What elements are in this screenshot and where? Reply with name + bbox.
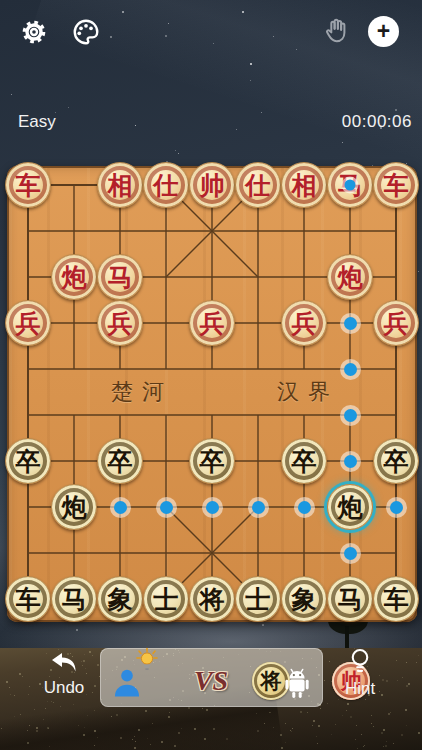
- piece-black-elephant[interactable]: 象: [97, 576, 143, 622]
- point-c3-r4[interactable]: [143, 346, 189, 392]
- app-screen: + Easy 00:00:06 楚河 汉界 车相仕帅仕相马车炮马炮兵兵兵兵兵卒卒…: [0, 0, 422, 750]
- piece-red-elephant[interactable]: 相: [281, 162, 327, 208]
- point-c6-r5[interactable]: [281, 392, 327, 438]
- point-c1-r0[interactable]: [51, 162, 97, 208]
- piece-black-cannon[interactable]: 炮: [51, 484, 97, 530]
- point-c6-r1[interactable]: [281, 208, 327, 254]
- piece-red-chariot[interactable]: 车: [373, 162, 419, 208]
- point-c2-r0[interactable]: 相: [97, 162, 143, 208]
- point-c2-r9[interactable]: 象: [97, 576, 143, 622]
- point-c3-r7[interactable]: [143, 484, 189, 530]
- point-c5-r7[interactable]: [235, 484, 281, 530]
- undo-label: Undo: [36, 678, 92, 698]
- point-c5-r1[interactable]: [235, 208, 281, 254]
- piece-red-soldier[interactable]: 兵: [189, 300, 235, 346]
- piece-red-soldier[interactable]: 兵: [281, 300, 327, 346]
- point-c6-r9[interactable]: 象: [281, 576, 327, 622]
- point-c2-r1[interactable]: [97, 208, 143, 254]
- point-c4-r1[interactable]: [189, 208, 235, 254]
- hint-button[interactable]: Hint: [334, 648, 386, 699]
- point-c3-r5[interactable]: [143, 392, 189, 438]
- piece-red-soldier[interactable]: 兵: [373, 300, 419, 346]
- point-c2-r2[interactable]: 马: [97, 254, 143, 300]
- point-c3-r2[interactable]: [143, 254, 189, 300]
- point-c2-r7[interactable]: [97, 484, 143, 530]
- piece-black-advisor[interactable]: 士: [235, 576, 281, 622]
- point-c5-r4[interactable]: [235, 346, 281, 392]
- point-c5-r8[interactable]: [235, 530, 281, 576]
- piece-red-cannon[interactable]: 炮: [327, 254, 373, 300]
- piece-red-advisor[interactable]: 仕: [235, 162, 281, 208]
- piece-red-elephant[interactable]: 相: [97, 162, 143, 208]
- point-c1-r6[interactable]: [51, 438, 97, 484]
- point-c0-r8[interactable]: [5, 530, 51, 576]
- point-c3-r1[interactable]: [143, 208, 189, 254]
- point-c6-r6[interactable]: 卒: [281, 438, 327, 484]
- point-c7-r0[interactable]: 马: [327, 162, 373, 208]
- point-c1-r4[interactable]: [51, 346, 97, 392]
- status-row: Easy 00:00:06: [0, 112, 422, 136]
- point-c7-r2[interactable]: 炮: [327, 254, 373, 300]
- point-c1-r3[interactable]: [51, 300, 97, 346]
- point-c2-r5[interactable]: [97, 392, 143, 438]
- piece-black-soldier[interactable]: 卒: [97, 438, 143, 484]
- point-c0-r9[interactable]: 车: [5, 576, 51, 622]
- point-c0-r3[interactable]: 兵: [5, 300, 51, 346]
- point-c5-r5[interactable]: [235, 392, 281, 438]
- piece-black-horse[interactable]: 马: [327, 576, 373, 622]
- point-c7-r7[interactable]: 炮: [327, 484, 373, 530]
- point-c3-r0[interactable]: 仕: [143, 162, 189, 208]
- point-c0-r1[interactable]: [5, 208, 51, 254]
- hand-icon: [322, 17, 350, 49]
- point-c1-r2[interactable]: 炮: [51, 254, 97, 300]
- legal-move-dot[interactable]: [252, 501, 265, 514]
- point-c1-r5[interactable]: [51, 392, 97, 438]
- point-c6-r8[interactable]: [281, 530, 327, 576]
- point-c0-r0[interactable]: 车: [5, 162, 51, 208]
- point-c7-r8[interactable]: [327, 530, 373, 576]
- android-icon: [280, 666, 314, 704]
- point-c4-r3[interactable]: 兵: [189, 300, 235, 346]
- point-c4-r0[interactable]: 帅: [189, 162, 235, 208]
- point-c4-r2[interactable]: [189, 254, 235, 300]
- legal-move-dot[interactable]: [390, 501, 403, 514]
- point-c7-r6[interactable]: [327, 438, 373, 484]
- point-c0-r6[interactable]: 卒: [5, 438, 51, 484]
- point-c4-r8[interactable]: [189, 530, 235, 576]
- point-c3-r8[interactable]: [143, 530, 189, 576]
- point-c4-r6[interactable]: 卒: [189, 438, 235, 484]
- point-c2-r4[interactable]: [97, 346, 143, 392]
- point-c5-r6[interactable]: [235, 438, 281, 484]
- vs-label: VS: [194, 665, 228, 697]
- point-c7-r3[interactable]: [327, 300, 373, 346]
- legal-move-dot[interactable]: [298, 501, 311, 514]
- point-c0-r7[interactable]: [5, 484, 51, 530]
- point-c8-r9[interactable]: 车: [373, 576, 419, 622]
- point-c5-r9[interactable]: 士: [235, 576, 281, 622]
- palette-icon: [71, 17, 101, 51]
- point-c5-r0[interactable]: 仕: [235, 162, 281, 208]
- point-c8-r7[interactable]: [373, 484, 419, 530]
- hint-label: Hint: [334, 679, 386, 699]
- board-points: 车相仕帅仕相马车炮马炮兵兵兵兵兵卒卒卒卒卒炮炮车马象士将士象马车: [5, 162, 419, 622]
- legal-move-dot[interactable]: [344, 409, 357, 422]
- point-c8-r8[interactable]: [373, 530, 419, 576]
- legal-move-dot[interactable]: [344, 317, 357, 330]
- point-c4-r7[interactable]: [189, 484, 235, 530]
- point-c1-r7[interactable]: 炮: [51, 484, 97, 530]
- piece-red-advisor[interactable]: 仕: [143, 162, 189, 208]
- point-c6-r3[interactable]: 兵: [281, 300, 327, 346]
- point-c8-r6[interactable]: 卒: [373, 438, 419, 484]
- point-c3-r6[interactable]: [143, 438, 189, 484]
- legal-move-dot[interactable]: [206, 501, 219, 514]
- piece-red-soldier[interactable]: 兵: [5, 300, 51, 346]
- point-c7-r5[interactable]: [327, 392, 373, 438]
- piece-red-soldier[interactable]: 兵: [97, 300, 143, 346]
- theme-button[interactable]: [71, 17, 101, 51]
- piece-black-horse[interactable]: 马: [51, 576, 97, 622]
- piece-red-chariot[interactable]: 车: [5, 162, 51, 208]
- point-c4-r9[interactable]: 将: [189, 576, 235, 622]
- piece-red-general[interactable]: 帅: [189, 162, 235, 208]
- undo-arrow-icon: [47, 660, 81, 677]
- point-c8-r5[interactable]: [373, 392, 419, 438]
- point-c0-r5[interactable]: [5, 392, 51, 438]
- point-c2-r6[interactable]: 卒: [97, 438, 143, 484]
- legal-move-dot[interactable]: [344, 547, 357, 560]
- undo-button[interactable]: Undo: [36, 650, 92, 698]
- top-bar: +: [0, 0, 422, 60]
- gear-icon: [20, 18, 48, 50]
- point-c0-r2[interactable]: [5, 254, 51, 300]
- lightbulb-icon: [347, 661, 373, 678]
- piece-black-advisor[interactable]: 士: [143, 576, 189, 622]
- point-c7-r9[interactable]: 马: [327, 576, 373, 622]
- piece-black-soldier[interactable]: 卒: [373, 438, 419, 484]
- legal-move-dot[interactable]: [160, 501, 173, 514]
- point-c6-r7[interactable]: [281, 484, 327, 530]
- new-game-button[interactable]: +: [368, 16, 399, 47]
- point-c5-r2[interactable]: [235, 254, 281, 300]
- point-c6-r0[interactable]: 相: [281, 162, 327, 208]
- point-c4-r5[interactable]: [189, 392, 235, 438]
- capture-move-dot[interactable]: [345, 180, 356, 191]
- piece-red-horse[interactable]: 马: [97, 254, 143, 300]
- piece-red-cannon[interactable]: 炮: [51, 254, 97, 300]
- point-c3-r9[interactable]: 士: [143, 576, 189, 622]
- point-c0-r4[interactable]: [5, 346, 51, 392]
- piece-red-horse[interactable]: 马: [327, 162, 373, 208]
- point-c8-r4[interactable]: [373, 346, 419, 392]
- point-c1-r8[interactable]: [51, 530, 97, 576]
- point-c7-r1[interactable]: [327, 208, 373, 254]
- difficulty-label: Easy: [18, 112, 56, 132]
- piece-black-cannon[interactable]: 炮: [327, 484, 373, 530]
- piece-black-soldier[interactable]: 卒: [281, 438, 327, 484]
- point-c2-r3[interactable]: 兵: [97, 300, 143, 346]
- settings-button[interactable]: [20, 18, 48, 50]
- point-c3-r3[interactable]: [143, 300, 189, 346]
- point-c8-r0[interactable]: 车: [373, 162, 419, 208]
- point-c8-r3[interactable]: 兵: [373, 300, 419, 346]
- point-c8-r2[interactable]: [373, 254, 419, 300]
- point-c2-r8[interactable]: [97, 530, 143, 576]
- hand-button[interactable]: [322, 17, 350, 49]
- plus-icon: +: [377, 20, 390, 43]
- point-c6-r4[interactable]: [281, 346, 327, 392]
- point-c6-r2[interactable]: [281, 254, 327, 300]
- piece-black-chariot[interactable]: 车: [373, 576, 419, 622]
- piece-black-elephant[interactable]: 象: [281, 576, 327, 622]
- piece-black-general[interactable]: 将: [189, 576, 235, 622]
- point-c8-r1[interactable]: [373, 208, 419, 254]
- point-c5-r3[interactable]: [235, 300, 281, 346]
- legal-move-dot[interactable]: [114, 501, 127, 514]
- legal-move-dot[interactable]: [344, 363, 357, 376]
- piece-black-chariot[interactable]: 车: [5, 576, 51, 622]
- turn-indicator-bulb-icon: [134, 647, 160, 679]
- point-c1-r1[interactable]: [51, 208, 97, 254]
- xiangqi-board[interactable]: 楚河 汉界 车相仕帅仕相马车炮马炮兵兵兵兵兵卒卒卒卒卒炮炮车马象士将士象马车: [7, 166, 417, 622]
- legal-move-dot[interactable]: [344, 455, 357, 468]
- point-c7-r4[interactable]: [327, 346, 373, 392]
- game-timer: 00:00:06: [342, 112, 412, 132]
- piece-black-soldier[interactable]: 卒: [5, 438, 51, 484]
- point-c1-r9[interactable]: 马: [51, 576, 97, 622]
- point-c4-r4[interactable]: [189, 346, 235, 392]
- piece-black-soldier[interactable]: 卒: [189, 438, 235, 484]
